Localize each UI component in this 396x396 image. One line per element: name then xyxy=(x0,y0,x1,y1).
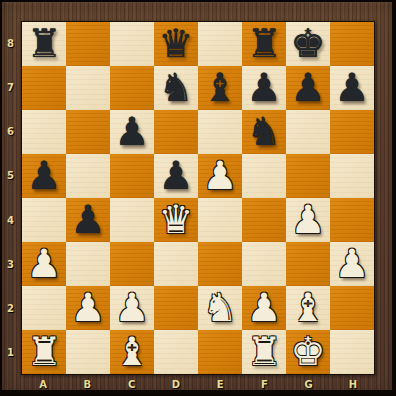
square-a8[interactable]: ♜ xyxy=(22,22,66,66)
square-h1[interactable] xyxy=(330,330,374,374)
square-d7[interactable]: ♞ xyxy=(154,66,198,110)
piece-white-king-g1[interactable]: ♚ xyxy=(286,330,330,374)
square-h7[interactable]: ♟ xyxy=(330,66,374,110)
square-f5[interactable] xyxy=(242,154,286,198)
square-h4[interactable] xyxy=(330,198,374,242)
square-a6[interactable] xyxy=(22,110,66,154)
piece-black-pawn-a5[interactable]: ♟ xyxy=(22,154,66,198)
file-label-e: E xyxy=(198,377,242,391)
square-h2[interactable] xyxy=(330,286,374,330)
square-a7[interactable] xyxy=(22,66,66,110)
square-f1[interactable]: ♜ xyxy=(242,330,286,374)
piece-white-pawn-c2[interactable]: ♟ xyxy=(110,286,154,330)
square-f3[interactable] xyxy=(242,242,286,286)
piece-black-pawn-f7[interactable]: ♟ xyxy=(242,66,286,110)
piece-white-bishop-g2[interactable]: ♝ xyxy=(286,286,330,330)
piece-white-rook-a1[interactable]: ♜ xyxy=(22,330,66,374)
square-d1[interactable] xyxy=(154,330,198,374)
square-e1[interactable] xyxy=(198,330,242,374)
piece-black-pawn-c6[interactable]: ♟ xyxy=(110,110,154,154)
square-d2[interactable] xyxy=(154,286,198,330)
file-label-g: G xyxy=(287,377,331,391)
square-f6[interactable]: ♞ xyxy=(242,110,286,154)
piece-black-pawn-b4[interactable]: ♟ xyxy=(66,198,110,242)
square-c3[interactable] xyxy=(110,242,154,286)
square-e2[interactable]: ♞ xyxy=(198,286,242,330)
square-f4[interactable] xyxy=(242,198,286,242)
rank-label-6: 6 xyxy=(0,110,21,154)
square-a3[interactable]: ♟ xyxy=(22,242,66,286)
square-e4[interactable] xyxy=(198,198,242,242)
square-f7[interactable]: ♟ xyxy=(242,66,286,110)
square-g5[interactable] xyxy=(286,154,330,198)
rank-label-8: 8 xyxy=(0,21,21,65)
square-g3[interactable] xyxy=(286,242,330,286)
square-c6[interactable]: ♟ xyxy=(110,110,154,154)
board: ♜♛♜♚♞♝♟♟♟♟♞♟♟♟♟♛♟♟♟♟♟♞♟♝♜♝♜♚ xyxy=(21,21,375,375)
square-b6[interactable] xyxy=(66,110,110,154)
piece-white-queen-d4[interactable]: ♛ xyxy=(154,198,198,242)
square-b1[interactable] xyxy=(66,330,110,374)
rank-labels: 87654321 xyxy=(0,21,21,375)
piece-black-pawn-d5[interactable]: ♟ xyxy=(154,154,198,198)
square-e7[interactable]: ♝ xyxy=(198,66,242,110)
square-f2[interactable]: ♟ xyxy=(242,286,286,330)
square-g1[interactable]: ♚ xyxy=(286,330,330,374)
piece-white-pawn-e5[interactable]: ♟ xyxy=(198,154,242,198)
square-b5[interactable] xyxy=(66,154,110,198)
piece-white-pawn-b2[interactable]: ♟ xyxy=(66,286,110,330)
square-e3[interactable] xyxy=(198,242,242,286)
file-label-d: D xyxy=(154,377,198,391)
square-d6[interactable] xyxy=(154,110,198,154)
square-c1[interactable]: ♝ xyxy=(110,330,154,374)
square-g7[interactable]: ♟ xyxy=(286,66,330,110)
square-d3[interactable] xyxy=(154,242,198,286)
square-a5[interactable]: ♟ xyxy=(22,154,66,198)
file-label-h: H xyxy=(331,377,375,391)
square-c5[interactable] xyxy=(110,154,154,198)
file-label-a: A xyxy=(21,377,65,391)
piece-white-pawn-a3[interactable]: ♟ xyxy=(22,242,66,286)
piece-black-bishop-e7[interactable]: ♝ xyxy=(198,66,242,110)
square-c8[interactable] xyxy=(110,22,154,66)
square-d8[interactable]: ♛ xyxy=(154,22,198,66)
rank-label-1: 1 xyxy=(0,331,21,375)
rank-label-3: 3 xyxy=(0,242,21,286)
square-a1[interactable]: ♜ xyxy=(22,330,66,374)
square-b2[interactable]: ♟ xyxy=(66,286,110,330)
square-c2[interactable]: ♟ xyxy=(110,286,154,330)
piece-white-pawn-h3[interactable]: ♟ xyxy=(330,242,374,286)
piece-black-king-g8[interactable]: ♚ xyxy=(286,22,330,66)
square-b8[interactable] xyxy=(66,22,110,66)
piece-white-bishop-c1[interactable]: ♝ xyxy=(110,330,154,374)
square-e5[interactable]: ♟ xyxy=(198,154,242,198)
square-h8[interactable] xyxy=(330,22,374,66)
square-e8[interactable] xyxy=(198,22,242,66)
square-g4[interactable]: ♟ xyxy=(286,198,330,242)
square-b4[interactable]: ♟ xyxy=(66,198,110,242)
piece-white-knight-e2[interactable]: ♞ xyxy=(198,286,242,330)
file-label-b: B xyxy=(65,377,109,391)
rank-label-5: 5 xyxy=(0,154,21,198)
square-c4[interactable] xyxy=(110,198,154,242)
square-g6[interactable] xyxy=(286,110,330,154)
chess-board-window: 87654321 ABCDEFGH ♜♛♜♚♞♝♟♟♟♟♞♟♟♟♟♛♟♟♟♟♟♞… xyxy=(0,0,396,396)
square-c7[interactable] xyxy=(110,66,154,110)
piece-white-pawn-g4[interactable]: ♟ xyxy=(286,198,330,242)
piece-black-pawn-g7[interactable]: ♟ xyxy=(286,66,330,110)
square-d5[interactable]: ♟ xyxy=(154,154,198,198)
square-g8[interactable]: ♚ xyxy=(286,22,330,66)
square-b7[interactable] xyxy=(66,66,110,110)
square-h5[interactable] xyxy=(330,154,374,198)
file-label-f: F xyxy=(242,377,286,391)
piece-black-knight-f6[interactable]: ♞ xyxy=(242,110,286,154)
file-label-c: C xyxy=(110,377,154,391)
piece-black-rook-a8[interactable]: ♜ xyxy=(22,22,66,66)
square-g2[interactable]: ♝ xyxy=(286,286,330,330)
rank-label-7: 7 xyxy=(0,65,21,109)
rank-label-4: 4 xyxy=(0,198,21,242)
square-h6[interactable] xyxy=(330,110,374,154)
piece-black-pawn-h7[interactable]: ♟ xyxy=(330,66,374,110)
piece-white-rook-f1[interactable]: ♜ xyxy=(242,330,286,374)
square-d4[interactable]: ♛ xyxy=(154,198,198,242)
piece-white-pawn-f2[interactable]: ♟ xyxy=(242,286,286,330)
square-h3[interactable]: ♟ xyxy=(330,242,374,286)
square-f8[interactable]: ♜ xyxy=(242,22,286,66)
square-a2[interactable] xyxy=(22,286,66,330)
piece-black-queen-d8[interactable]: ♛ xyxy=(154,22,198,66)
square-b3[interactable] xyxy=(66,242,110,286)
piece-black-rook-f8[interactable]: ♜ xyxy=(242,22,286,66)
file-labels: ABCDEFGH xyxy=(21,377,375,391)
square-e6[interactable] xyxy=(198,110,242,154)
square-a4[interactable] xyxy=(22,198,66,242)
piece-black-knight-d7[interactable]: ♞ xyxy=(154,66,198,110)
rank-label-2: 2 xyxy=(0,287,21,331)
